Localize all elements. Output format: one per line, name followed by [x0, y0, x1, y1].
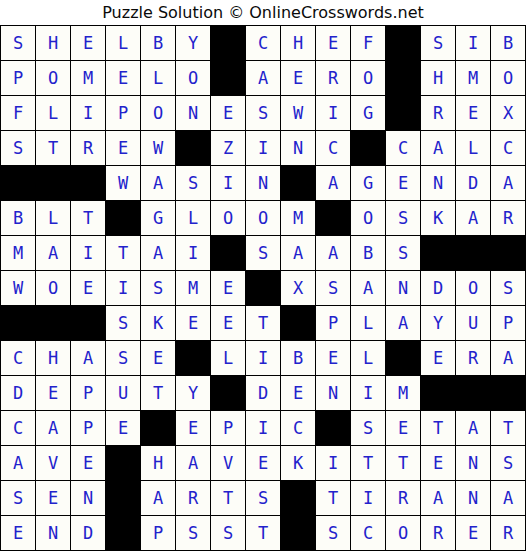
letter-cell-r6c9: M [281, 201, 316, 236]
letter-cell-r13c9: K [281, 446, 316, 481]
letter-cell-r10c7: L [211, 341, 246, 376]
letter-cell-r10c15: A [491, 341, 526, 376]
letter-cell-r14c13: A [421, 481, 456, 516]
letter-cell-r12c13: T [421, 411, 456, 446]
block-cell-r6c4 [106, 201, 141, 236]
letter-cell-r14c8: S [246, 481, 281, 516]
block-cell-r12c5 [141, 411, 176, 446]
letter-cell-r10c10: E [316, 341, 351, 376]
letter-cell-r1c6: Y [176, 26, 211, 61]
block-cell-r8c8 [246, 271, 281, 306]
block-cell-r4c11 [351, 131, 386, 166]
letter-cell-r12c15: T [491, 411, 526, 446]
letter-cell-r5c14: D [456, 166, 491, 201]
letter-cell-r4c5: W [141, 131, 176, 166]
block-cell-r10c6 [176, 341, 211, 376]
letter-cell-r6c7: O [211, 201, 246, 236]
letter-cell-r1c9: H [281, 26, 316, 61]
letter-cell-r15c3: D [71, 516, 106, 551]
letter-cell-r13c1: A [1, 446, 36, 481]
block-cell-r5c1 [1, 166, 36, 201]
letter-cell-r8c7: E [211, 271, 246, 306]
letter-cell-r6c11: O [351, 201, 386, 236]
letter-cell-r1c10: E [316, 26, 351, 61]
puzzle-solution-page: Puzzle Solution © OnlineCrosswords.net S… [0, 0, 526, 551]
block-cell-r14c4 [106, 481, 141, 516]
letter-cell-r1c14: I [456, 26, 491, 61]
letter-cell-r2c8: A [246, 61, 281, 96]
letter-cell-r12c6: E [176, 411, 211, 446]
letter-cell-r1c2: H [36, 26, 71, 61]
letter-cell-r8c3: E [71, 271, 106, 306]
letter-cell-r2c13: H [421, 61, 456, 96]
block-cell-r3c12 [386, 96, 421, 131]
letter-cell-r5c5: A [141, 166, 176, 201]
block-cell-r7c13 [421, 236, 456, 271]
letter-cell-r1c15: B [491, 26, 526, 61]
letter-cell-r4c9: N [281, 131, 316, 166]
block-cell-r7c15 [491, 236, 526, 271]
letter-cell-r3c2: L [36, 96, 71, 131]
letter-cell-r1c4: L [106, 26, 141, 61]
letter-cell-r6c14: A [456, 201, 491, 236]
letter-cell-r12c9: C [281, 411, 316, 446]
letter-cell-r15c1: E [1, 516, 36, 551]
block-cell-r7c14 [456, 236, 491, 271]
letter-cell-r12c2: A [36, 411, 71, 446]
letter-cell-r15c13: R [421, 516, 456, 551]
letter-cell-r10c1: C [1, 341, 36, 376]
block-cell-r1c12 [386, 26, 421, 61]
letter-cell-r15c15: R [491, 516, 526, 551]
letter-cell-r2c4: E [106, 61, 141, 96]
letter-cell-r10c14: R [456, 341, 491, 376]
letter-cell-r14c1: S [1, 481, 36, 516]
letter-cell-r1c8: C [246, 26, 281, 61]
letter-cell-r3c13: R [421, 96, 456, 131]
letter-cell-r2c1: P [1, 61, 36, 96]
letter-cell-r4c14: L [456, 131, 491, 166]
letter-cell-r7c9: A [281, 236, 316, 271]
letter-cell-r14c11: I [351, 481, 386, 516]
letter-cell-r5c12: E [386, 166, 421, 201]
letter-cell-r7c12: S [386, 236, 421, 271]
letter-cell-r6c3: T [71, 201, 106, 236]
letter-cell-r10c11: L [351, 341, 386, 376]
letter-cell-r2c15: O [491, 61, 526, 96]
letter-cell-r11c11: I [351, 376, 386, 411]
letter-cell-r6c6: L [176, 201, 211, 236]
letter-cell-r8c10: S [316, 271, 351, 306]
letter-cell-r3c5: O [141, 96, 176, 131]
block-cell-r12c10 [316, 411, 351, 446]
block-cell-r15c4 [106, 516, 141, 551]
letter-cell-r2c5: L [141, 61, 176, 96]
letter-cell-r2c14: M [456, 61, 491, 96]
letter-cell-r9c8: T [246, 306, 281, 341]
letter-cell-r7c1: M [1, 236, 36, 271]
block-cell-r7c7 [211, 236, 246, 271]
letter-cell-r8c13: D [421, 271, 456, 306]
letter-cell-r15c14: E [456, 516, 491, 551]
letter-cell-r10c9: B [281, 341, 316, 376]
letter-cell-r9c15: P [491, 306, 526, 341]
letter-cell-r8c12: N [386, 271, 421, 306]
block-cell-r15c9 [281, 516, 316, 551]
letter-cell-r14c5: A [141, 481, 176, 516]
letter-cell-r1c11: F [351, 26, 386, 61]
letter-cell-r9c4: S [106, 306, 141, 341]
letter-cell-r5c10: A [316, 166, 351, 201]
letter-cell-r11c8: D [246, 376, 281, 411]
letter-cell-r9c10: P [316, 306, 351, 341]
letter-cell-r13c14: N [456, 446, 491, 481]
letter-cell-r15c11: C [351, 516, 386, 551]
letter-cell-r2c11: O [351, 61, 386, 96]
letter-cell-r9c5: K [141, 306, 176, 341]
letter-cell-r11c9: E [281, 376, 316, 411]
letter-cell-r11c1: D [1, 376, 36, 411]
letter-cell-r10c8: I [246, 341, 281, 376]
letter-cell-r8c5: S [141, 271, 176, 306]
letter-cell-r3c14: E [456, 96, 491, 131]
letter-cell-r9c12: A [386, 306, 421, 341]
letter-cell-r9c7: E [211, 306, 246, 341]
letter-cell-r12c12: E [386, 411, 421, 446]
letter-cell-r13c15: S [491, 446, 526, 481]
letter-cell-r6c12: S [386, 201, 421, 236]
letter-cell-r4c7: Z [211, 131, 246, 166]
letter-cell-r9c11: L [351, 306, 386, 341]
letter-cell-r12c3: P [71, 411, 106, 446]
letter-cell-r3c15: X [491, 96, 526, 131]
letter-cell-r5c4: W [106, 166, 141, 201]
letter-cell-r13c11: T [351, 446, 386, 481]
letter-cell-r1c5: B [141, 26, 176, 61]
letter-cell-r4c10: C [316, 131, 351, 166]
letter-cell-r6c1: B [1, 201, 36, 236]
letter-cell-r4c4: E [106, 131, 141, 166]
letter-cell-r1c1: S [1, 26, 36, 61]
letter-cell-r10c5: E [141, 341, 176, 376]
letter-cell-r9c14: U [456, 306, 491, 341]
letter-cell-r8c15: S [491, 271, 526, 306]
letter-cell-r11c2: E [36, 376, 71, 411]
block-cell-r1c7 [211, 26, 246, 61]
letter-cell-r6c5: G [141, 201, 176, 236]
letter-cell-r2c9: E [281, 61, 316, 96]
block-cell-r4c6 [176, 131, 211, 166]
letter-cell-r3c10: I [316, 96, 351, 131]
page-title: Puzzle Solution © OnlineCrosswords.net [0, 0, 526, 25]
block-cell-r11c7 [211, 376, 246, 411]
letter-cell-r6c13: K [421, 201, 456, 236]
letter-cell-r8c2: O [36, 271, 71, 306]
letter-cell-r8c1: W [1, 271, 36, 306]
letter-cell-r13c13: E [421, 446, 456, 481]
letter-cell-r12c4: E [106, 411, 141, 446]
letter-cell-r10c3: A [71, 341, 106, 376]
letter-cell-r4c12: C [386, 131, 421, 166]
letter-cell-r12c11: S [351, 411, 386, 446]
block-cell-r9c1 [1, 306, 36, 341]
letter-cell-r2c2: O [36, 61, 71, 96]
letter-cell-r15c12: O [386, 516, 421, 551]
crossword-grid: SHELBYCHEFSIBPOMELOAEROHMOFLIPONESWIGREX… [0, 25, 526, 551]
letter-cell-r15c5: P [141, 516, 176, 551]
block-cell-r9c9 [281, 306, 316, 341]
block-cell-r11c15 [491, 376, 526, 411]
letter-cell-r7c6: I [176, 236, 211, 271]
letter-cell-r11c6: Y [176, 376, 211, 411]
letter-cell-r2c10: R [316, 61, 351, 96]
block-cell-r11c14 [456, 376, 491, 411]
letter-cell-r14c14: N [456, 481, 491, 516]
letter-cell-r12c8: I [246, 411, 281, 446]
letter-cell-r3c1: F [1, 96, 36, 131]
letter-cell-r3c7: E [211, 96, 246, 131]
letter-cell-r13c5: H [141, 446, 176, 481]
letter-cell-r14c6: R [176, 481, 211, 516]
letter-cell-r11c4: U [106, 376, 141, 411]
letter-cell-r4c1: S [1, 131, 36, 166]
letter-cell-r10c2: H [36, 341, 71, 376]
letter-cell-r14c12: R [386, 481, 421, 516]
letter-cell-r3c3: I [71, 96, 106, 131]
letter-cell-r3c8: S [246, 96, 281, 131]
letter-cell-r8c4: I [106, 271, 141, 306]
block-cell-r2c7 [211, 61, 246, 96]
letter-cell-r3c9: W [281, 96, 316, 131]
block-cell-r9c3 [71, 306, 106, 341]
letter-cell-r14c7: T [211, 481, 246, 516]
letter-cell-r13c6: A [176, 446, 211, 481]
letter-cell-r4c3: R [71, 131, 106, 166]
letter-cell-r12c14: A [456, 411, 491, 446]
letter-cell-r13c7: V [211, 446, 246, 481]
letter-cell-r14c10: T [316, 481, 351, 516]
letter-cell-r6c2: L [36, 201, 71, 236]
letter-cell-r12c7: P [211, 411, 246, 446]
letter-cell-r11c3: P [71, 376, 106, 411]
block-cell-r5c2 [36, 166, 71, 201]
letter-cell-r13c2: V [36, 446, 71, 481]
letter-cell-r5c13: N [421, 166, 456, 201]
letter-cell-r7c10: A [316, 236, 351, 271]
letter-cell-r7c5: A [141, 236, 176, 271]
letter-cell-r6c8: O [246, 201, 281, 236]
letter-cell-r5c7: I [211, 166, 246, 201]
block-cell-r5c9 [281, 166, 316, 201]
block-cell-r11c13 [421, 376, 456, 411]
letter-cell-r9c6: E [176, 306, 211, 341]
letter-cell-r1c3: E [71, 26, 106, 61]
letter-cell-r11c12: M [386, 376, 421, 411]
letter-cell-r6c15: R [491, 201, 526, 236]
letter-cell-r14c15: A [491, 481, 526, 516]
letter-cell-r7c8: S [246, 236, 281, 271]
block-cell-r6c10 [316, 201, 351, 236]
letter-cell-r15c7: S [211, 516, 246, 551]
letter-cell-r4c15: C [491, 131, 526, 166]
letter-cell-r13c3: E [71, 446, 106, 481]
block-cell-r14c9 [281, 481, 316, 516]
letter-cell-r9c13: Y [421, 306, 456, 341]
letter-cell-r1c13: S [421, 26, 456, 61]
block-cell-r13c4 [106, 446, 141, 481]
letter-cell-r4c8: I [246, 131, 281, 166]
letter-cell-r14c2: E [36, 481, 71, 516]
letter-cell-r15c10: S [316, 516, 351, 551]
letter-cell-r7c11: B [351, 236, 386, 271]
letter-cell-r4c13: A [421, 131, 456, 166]
letter-cell-r5c8: N [246, 166, 281, 201]
block-cell-r5c3 [71, 166, 106, 201]
block-cell-r2c12 [386, 61, 421, 96]
letter-cell-r2c6: O [176, 61, 211, 96]
letter-cell-r2c3: M [71, 61, 106, 96]
letter-cell-r8c14: O [456, 271, 491, 306]
letter-cell-r11c10: N [316, 376, 351, 411]
letter-cell-r5c11: G [351, 166, 386, 201]
letter-cell-r10c13: E [421, 341, 456, 376]
letter-cell-r7c2: A [36, 236, 71, 271]
letter-cell-r8c9: X [281, 271, 316, 306]
letter-cell-r13c10: I [316, 446, 351, 481]
letter-cell-r5c6: S [176, 166, 211, 201]
letter-cell-r15c8: T [246, 516, 281, 551]
letter-cell-r3c11: G [351, 96, 386, 131]
letter-cell-r7c4: T [106, 236, 141, 271]
letter-cell-r3c4: P [106, 96, 141, 131]
letter-cell-r14c3: N [71, 481, 106, 516]
letter-cell-r3c6: N [176, 96, 211, 131]
letter-cell-r13c12: T [386, 446, 421, 481]
letter-cell-r4c2: T [36, 131, 71, 166]
letter-cell-r12c1: C [1, 411, 36, 446]
block-cell-r10c12 [386, 341, 421, 376]
block-cell-r9c2 [36, 306, 71, 341]
letter-cell-r8c6: M [176, 271, 211, 306]
letter-cell-r15c2: N [36, 516, 71, 551]
letter-cell-r7c3: I [71, 236, 106, 271]
letter-cell-r11c5: T [141, 376, 176, 411]
letter-cell-r15c6: S [176, 516, 211, 551]
letter-cell-r10c4: S [106, 341, 141, 376]
letter-cell-r13c8: E [246, 446, 281, 481]
letter-cell-r8c11: A [351, 271, 386, 306]
letter-cell-r5c15: A [491, 166, 526, 201]
